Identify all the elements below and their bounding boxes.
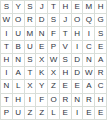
cell-r6c5[interactable]: X: [48, 67, 59, 79]
cell-r7c4[interactable]: Y: [36, 80, 47, 92]
cell-r5c1[interactable]: H: [1, 54, 12, 66]
cell-r5c3[interactable]: S: [25, 54, 36, 66]
cell-r4c5[interactable]: P: [48, 41, 59, 53]
cell-r9c7[interactable]: I: [72, 107, 83, 119]
cell-r9c1[interactable]: P: [1, 107, 12, 119]
cell-r9c6[interactable]: E: [60, 107, 71, 119]
cell-r3c2[interactable]: U: [13, 27, 24, 39]
cell-r3c3[interactable]: M: [25, 27, 36, 39]
cell-r8c1[interactable]: T: [1, 94, 12, 106]
cell-r1c2[interactable]: Y: [13, 1, 24, 13]
cell-r2c2[interactable]: O: [13, 14, 24, 26]
cell-r7c5[interactable]: Z: [48, 80, 59, 92]
cell-r8c7[interactable]: N: [72, 94, 83, 106]
cell-r5c6[interactable]: S: [60, 54, 71, 66]
cell-r1c3[interactable]: S: [25, 1, 36, 13]
cell-r7c8[interactable]: A: [83, 80, 94, 92]
cell-r9c2[interactable]: U: [13, 107, 24, 119]
cell-r6c6[interactable]: H: [60, 67, 71, 79]
cell-r8c9[interactable]: H: [95, 94, 106, 106]
cell-r6c9[interactable]: R: [95, 67, 106, 79]
cell-r8c3[interactable]: I: [25, 94, 36, 106]
cell-r8c6[interactable]: R: [60, 94, 71, 106]
cell-r4c9[interactable]: E: [95, 41, 106, 53]
cell-r6c4[interactable]: K: [36, 67, 47, 79]
cell-r3c9[interactable]: S: [95, 27, 106, 39]
cell-r6c1[interactable]: I: [1, 67, 12, 79]
cell-r9c9[interactable]: E: [95, 107, 106, 119]
cell-r1c5[interactable]: T: [48, 1, 59, 13]
cell-r7c3[interactable]: X: [25, 80, 36, 92]
cell-r5c7[interactable]: D: [72, 54, 83, 66]
cell-r9c3[interactable]: Z: [25, 107, 36, 119]
cell-r4c1[interactable]: T: [1, 41, 12, 53]
cell-r1c9[interactable]: H: [95, 1, 106, 13]
cell-r8c4[interactable]: F: [36, 94, 47, 106]
cell-r7c9[interactable]: C: [95, 80, 106, 92]
cell-r1c1[interactable]: S: [1, 1, 12, 13]
cell-r5c8[interactable]: N: [83, 54, 94, 66]
cell-r3c1[interactable]: I: [1, 27, 12, 39]
cell-r4c7[interactable]: I: [72, 41, 83, 53]
cell-r6c2[interactable]: A: [13, 67, 24, 79]
word-search-grid: SYSJTHEMHWORDSJOQGIUMNFTHISTBUEPVICEHNSX…: [0, 0, 107, 120]
cell-r2c7[interactable]: O: [72, 14, 83, 26]
cell-r3c5[interactable]: F: [48, 27, 59, 39]
cell-r6c8[interactable]: W: [83, 67, 94, 79]
cell-r4c3[interactable]: U: [25, 41, 36, 53]
cell-r1c7[interactable]: E: [72, 1, 83, 13]
cell-r7c7[interactable]: E: [72, 80, 83, 92]
cell-r2c8[interactable]: Q: [83, 14, 94, 26]
cell-r3c4[interactable]: N: [36, 27, 47, 39]
cell-r4c4[interactable]: E: [36, 41, 47, 53]
cell-r9c4[interactable]: Z: [36, 107, 47, 119]
cell-r1c8[interactable]: M: [83, 1, 94, 13]
cell-r3c6[interactable]: T: [60, 27, 71, 39]
cell-r1c6[interactable]: H: [60, 1, 71, 13]
cell-r9c5[interactable]: L: [48, 107, 59, 119]
cell-r2c9[interactable]: G: [95, 14, 106, 26]
cell-r9c8[interactable]: E: [83, 107, 94, 119]
cell-r2c5[interactable]: S: [48, 14, 59, 26]
cell-r8c8[interactable]: R: [83, 94, 94, 106]
cell-r2c3[interactable]: R: [25, 14, 36, 26]
cell-r4c8[interactable]: C: [83, 41, 94, 53]
cell-r2c6[interactable]: J: [60, 14, 71, 26]
cell-r5c4[interactable]: X: [36, 54, 47, 66]
cell-r5c2[interactable]: N: [13, 54, 24, 66]
cell-r7c6[interactable]: E: [60, 80, 71, 92]
cell-r2c1[interactable]: W: [1, 14, 12, 26]
cell-r5c9[interactable]: A: [95, 54, 106, 66]
cell-r7c1[interactable]: N: [1, 80, 12, 92]
cell-r7c2[interactable]: L: [13, 80, 24, 92]
cell-r6c7[interactable]: D: [72, 67, 83, 79]
cell-r1c4[interactable]: J: [36, 1, 47, 13]
cell-r4c2[interactable]: B: [13, 41, 24, 53]
cell-r6c3[interactable]: T: [25, 67, 36, 79]
cell-r3c8[interactable]: I: [83, 27, 94, 39]
cell-r8c2[interactable]: H: [13, 94, 24, 106]
cell-r3c7[interactable]: H: [72, 27, 83, 39]
cell-r5c5[interactable]: W: [48, 54, 59, 66]
cell-r4c6[interactable]: V: [60, 41, 71, 53]
cell-r2c4[interactable]: D: [36, 14, 47, 26]
cell-r8c5[interactable]: O: [48, 94, 59, 106]
